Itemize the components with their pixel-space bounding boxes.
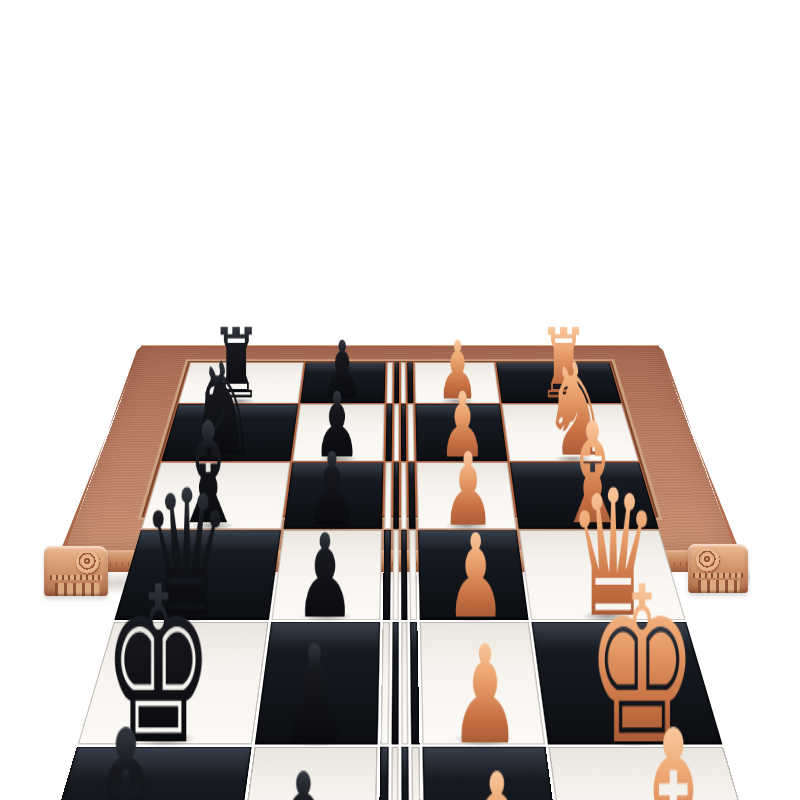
foot-dentils [693, 573, 742, 578]
square-d4[interactable] [401, 530, 408, 620]
square-a5[interactable] [394, 362, 399, 403]
piece-copper-bishop[interactable]: ♝ [617, 702, 731, 800]
board-frame: ♜♟♟♜♞♟♟♞♝♟♟♝♛♟♟♛♚♟♟♚♝♟♟♝♞♟♟♞♜♟♟♜ [64, 345, 735, 552]
square-b3[interactable] [408, 404, 414, 461]
square-a6[interactable] [387, 362, 393, 403]
foot-dentils [50, 575, 103, 580]
square-f8[interactable]: ♝ [35, 747, 252, 800]
foot-plinth [698, 580, 740, 593]
ionic-foot-left [44, 546, 108, 596]
square-e5[interactable] [391, 622, 399, 744]
square-d3[interactable] [409, 530, 417, 620]
square-b5[interactable] [393, 404, 399, 461]
square-f6[interactable] [378, 747, 388, 800]
product-photo-stage: ♜♟♟♜♞♟♟♞♝♟♟♝♛♟♟♛♚♟♟♚♝♟♟♝♞♟♟♞♜♟♟♜ [0, 0, 800, 800]
board-grid: ♜♟♟♜♞♟♟♞♝♟♟♝♛♟♟♛♚♟♟♚♝♟♟♝♞♟♟♞♜♟♟♜ [141, 361, 658, 517]
square-c6[interactable] [384, 463, 391, 529]
square-d7[interactable]: ♟ [272, 530, 383, 620]
square-b4[interactable] [401, 404, 407, 461]
square-a3[interactable] [408, 362, 414, 403]
square-f7[interactable]: ♟ [236, 747, 378, 800]
square-e2[interactable]: ♟ [420, 622, 545, 744]
square-c3[interactable] [409, 463, 416, 529]
piece-black-bishop[interactable]: ♝ [70, 702, 184, 800]
square-d6[interactable] [383, 530, 391, 620]
square-f2[interactable]: ♟ [422, 747, 564, 800]
piece-black-pawn[interactable]: ♟ [263, 753, 345, 800]
square-d2[interactable]: ♟ [418, 530, 529, 620]
square-f1[interactable]: ♝ [548, 747, 765, 800]
square-f3[interactable] [412, 747, 422, 800]
ionic-foot-right [688, 544, 748, 593]
chessboard: ♜♟♟♜♞♟♟♞♝♟♟♝♛♟♟♛♚♟♟♚♝♟♟♝♞♟♟♞♜♟♟♜ [64, 345, 735, 552]
square-d5[interactable] [392, 530, 399, 620]
square-f5[interactable] [390, 747, 399, 800]
square-e3[interactable] [410, 622, 419, 744]
volute-scroll-icon [76, 550, 100, 574]
square-c4[interactable] [401, 463, 407, 529]
square-e7[interactable]: ♟ [255, 622, 380, 744]
square-f4[interactable] [401, 747, 410, 800]
piece-copper-pawn[interactable]: ♟ [455, 753, 537, 800]
volute-scroll-icon [696, 548, 720, 572]
square-a4[interactable] [401, 362, 406, 403]
square-e4[interactable] [401, 622, 409, 744]
square-e6[interactable] [381, 622, 390, 744]
square-b6[interactable] [386, 404, 392, 461]
foot-plinth [55, 583, 100, 596]
square-c5[interactable] [393, 463, 399, 529]
